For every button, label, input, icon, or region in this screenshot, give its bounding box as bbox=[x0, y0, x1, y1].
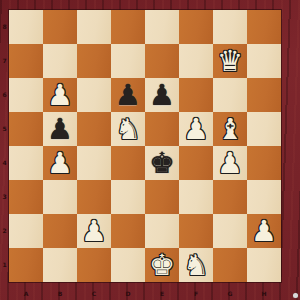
square-e5[interactable] bbox=[145, 112, 179, 146]
square-b3[interactable] bbox=[43, 180, 77, 214]
square-e2[interactable] bbox=[145, 214, 179, 248]
square-b5[interactable]: ♟ bbox=[43, 112, 77, 146]
square-g7[interactable]: ♛ bbox=[213, 44, 247, 78]
square-h5[interactable] bbox=[247, 112, 281, 146]
rank-label-8: 8 bbox=[0, 10, 9, 44]
white-king-e1[interactable]: ♚ bbox=[149, 248, 175, 282]
file-label-a: A bbox=[9, 288, 43, 300]
square-b7[interactable] bbox=[43, 44, 77, 78]
square-f7[interactable] bbox=[179, 44, 213, 78]
square-a2[interactable] bbox=[9, 214, 43, 248]
square-f8[interactable] bbox=[179, 10, 213, 44]
square-h4[interactable] bbox=[247, 146, 281, 180]
square-b8[interactable] bbox=[43, 10, 77, 44]
chess-board-frame: ♛♟♟♟♟♞♟♝♟♚♟♟♟♚♞ 87654321 ABCDEFGH bbox=[0, 0, 300, 300]
square-f6[interactable] bbox=[179, 78, 213, 112]
square-a3[interactable] bbox=[9, 180, 43, 214]
square-d1[interactable] bbox=[111, 248, 145, 282]
white-pawn-c2[interactable]: ♟ bbox=[81, 214, 107, 248]
white-pawn-f5[interactable]: ♟ bbox=[183, 112, 209, 146]
square-f3[interactable] bbox=[179, 180, 213, 214]
square-f4[interactable] bbox=[179, 146, 213, 180]
square-h7[interactable] bbox=[247, 44, 281, 78]
square-g2[interactable] bbox=[213, 214, 247, 248]
square-f2[interactable] bbox=[179, 214, 213, 248]
white-knight-f1[interactable]: ♞ bbox=[183, 248, 209, 282]
white-queen-g7[interactable]: ♛ bbox=[217, 44, 243, 78]
rank-label-5: 5 bbox=[0, 112, 9, 146]
square-g4[interactable]: ♟ bbox=[213, 146, 247, 180]
square-e4[interactable]: ♚ bbox=[145, 146, 179, 180]
file-label-b: B bbox=[43, 288, 77, 300]
file-label-c: C bbox=[77, 288, 111, 300]
file-label-g: G bbox=[213, 288, 247, 300]
white-pawn-b6[interactable]: ♟ bbox=[47, 78, 73, 112]
square-d5[interactable]: ♞ bbox=[111, 112, 145, 146]
square-b1[interactable] bbox=[43, 248, 77, 282]
corner-dot bbox=[293, 293, 298, 298]
square-b4[interactable]: ♟ bbox=[43, 146, 77, 180]
square-h8[interactable] bbox=[247, 10, 281, 44]
square-d4[interactable] bbox=[111, 146, 145, 180]
white-knight-d5[interactable]: ♞ bbox=[115, 112, 141, 146]
square-a1[interactable] bbox=[9, 248, 43, 282]
square-a6[interactable] bbox=[9, 78, 43, 112]
square-g8[interactable] bbox=[213, 10, 247, 44]
square-b2[interactable] bbox=[43, 214, 77, 248]
black-pawn-d6[interactable]: ♟ bbox=[115, 78, 141, 112]
square-c2[interactable]: ♟ bbox=[77, 214, 111, 248]
rank-label-1: 1 bbox=[0, 248, 9, 282]
square-c7[interactable] bbox=[77, 44, 111, 78]
rank-label-2: 2 bbox=[0, 214, 9, 248]
square-g6[interactable] bbox=[213, 78, 247, 112]
square-d6[interactable]: ♟ bbox=[111, 78, 145, 112]
square-f1[interactable]: ♞ bbox=[179, 248, 213, 282]
black-pawn-b5[interactable]: ♟ bbox=[47, 112, 73, 146]
square-d8[interactable] bbox=[111, 10, 145, 44]
square-a8[interactable] bbox=[9, 10, 43, 44]
square-h3[interactable] bbox=[247, 180, 281, 214]
square-a7[interactable] bbox=[9, 44, 43, 78]
chess-board: ♛♟♟♟♟♞♟♝♟♚♟♟♟♚♞ bbox=[9, 10, 281, 282]
file-label-e: E bbox=[145, 288, 179, 300]
square-g5[interactable]: ♝ bbox=[213, 112, 247, 146]
rank-label-7: 7 bbox=[0, 44, 9, 78]
square-g1[interactable] bbox=[213, 248, 247, 282]
square-g3[interactable] bbox=[213, 180, 247, 214]
file-label-d: D bbox=[111, 288, 145, 300]
black-king-e4[interactable]: ♚ bbox=[149, 146, 175, 180]
square-d2[interactable] bbox=[111, 214, 145, 248]
square-h1[interactable] bbox=[247, 248, 281, 282]
square-h6[interactable] bbox=[247, 78, 281, 112]
white-pawn-h2[interactable]: ♟ bbox=[251, 214, 277, 248]
square-a5[interactable] bbox=[9, 112, 43, 146]
rank-label-4: 4 bbox=[0, 146, 9, 180]
white-bishop-g5[interactable]: ♝ bbox=[217, 112, 243, 146]
square-c4[interactable] bbox=[77, 146, 111, 180]
square-c1[interactable] bbox=[77, 248, 111, 282]
square-c8[interactable] bbox=[77, 10, 111, 44]
file-label-h: H bbox=[247, 288, 281, 300]
square-e7[interactable] bbox=[145, 44, 179, 78]
square-d7[interactable] bbox=[111, 44, 145, 78]
square-c3[interactable] bbox=[77, 180, 111, 214]
rank-label-6: 6 bbox=[0, 78, 9, 112]
white-pawn-g4[interactable]: ♟ bbox=[217, 146, 243, 180]
square-c6[interactable] bbox=[77, 78, 111, 112]
square-h2[interactable]: ♟ bbox=[247, 214, 281, 248]
white-pawn-b4[interactable]: ♟ bbox=[47, 146, 73, 180]
square-e1[interactable]: ♚ bbox=[145, 248, 179, 282]
file-label-f: F bbox=[179, 288, 213, 300]
square-e3[interactable] bbox=[145, 180, 179, 214]
black-pawn-e6[interactable]: ♟ bbox=[149, 78, 175, 112]
rank-label-3: 3 bbox=[0, 180, 9, 214]
square-e8[interactable] bbox=[145, 10, 179, 44]
square-c5[interactable] bbox=[77, 112, 111, 146]
square-d3[interactable] bbox=[111, 180, 145, 214]
square-f5[interactable]: ♟ bbox=[179, 112, 213, 146]
square-e6[interactable]: ♟ bbox=[145, 78, 179, 112]
square-b6[interactable]: ♟ bbox=[43, 78, 77, 112]
square-a4[interactable] bbox=[9, 146, 43, 180]
